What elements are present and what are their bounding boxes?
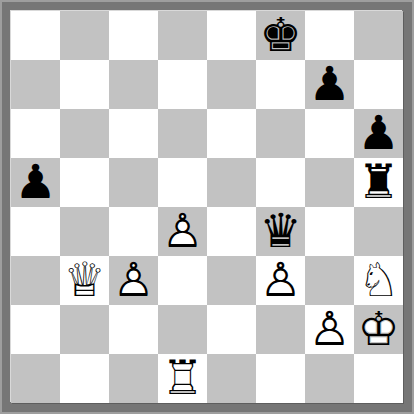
square-a7[interactable]: [11, 60, 60, 109]
square-h6[interactable]: ♟: [354, 109, 403, 158]
square-e1[interactable]: [207, 354, 256, 403]
white-knight-icon: ♘: [354, 256, 403, 305]
black-pawn-icon: ♟: [11, 158, 60, 207]
square-g2[interactable]: ♟♙: [305, 305, 354, 354]
square-f2[interactable]: [256, 305, 305, 354]
square-g4[interactable]: [305, 207, 354, 256]
square-b6[interactable]: [60, 109, 109, 158]
black-rook-icon: ♜: [354, 158, 403, 207]
white-queen-icon: ♕: [60, 256, 109, 305]
square-c2[interactable]: [109, 305, 158, 354]
square-g1[interactable]: [305, 354, 354, 403]
square-e6[interactable]: [207, 109, 256, 158]
square-g5[interactable]: [305, 158, 354, 207]
square-c4[interactable]: [109, 207, 158, 256]
square-b3[interactable]: ♛♕: [60, 256, 109, 305]
black-queen-icon: ♛: [256, 207, 305, 256]
square-f4[interactable]: ♛: [256, 207, 305, 256]
square-d3[interactable]: [158, 256, 207, 305]
white-pawn-icon: ♙: [256, 256, 305, 305]
square-b4[interactable]: [60, 207, 109, 256]
square-d6[interactable]: [158, 109, 207, 158]
square-e7[interactable]: [207, 60, 256, 109]
board-frame: ♚♟♟♟♜♟♙♛♛♕♟♙♟♙♞♘♟♙♚♔♜♖: [0, 0, 414, 414]
white-pawn-icon: ♙: [305, 305, 354, 354]
square-f5[interactable]: [256, 158, 305, 207]
square-g3[interactable]: [305, 256, 354, 305]
square-g6[interactable]: [305, 109, 354, 158]
square-e8[interactable]: [207, 11, 256, 60]
square-c6[interactable]: [109, 109, 158, 158]
white-pawn-icon: ♙: [158, 207, 207, 256]
square-f6[interactable]: [256, 109, 305, 158]
square-g8[interactable]: [305, 11, 354, 60]
square-h1[interactable]: [354, 354, 403, 403]
square-h8[interactable]: [354, 11, 403, 60]
square-a3[interactable]: [11, 256, 60, 305]
square-h5[interactable]: ♜: [354, 158, 403, 207]
square-e2[interactable]: [207, 305, 256, 354]
square-a5[interactable]: ♟: [11, 158, 60, 207]
square-f3[interactable]: ♟♙: [256, 256, 305, 305]
square-b8[interactable]: [60, 11, 109, 60]
white-rook-fill-icon: ♜: [158, 354, 207, 403]
square-c1[interactable]: [109, 354, 158, 403]
square-c7[interactable]: [109, 60, 158, 109]
square-a4[interactable]: [11, 207, 60, 256]
black-king-icon: ♚: [256, 11, 305, 60]
square-e4[interactable]: [207, 207, 256, 256]
white-king-icon: ♔: [354, 305, 403, 354]
black-pawn-icon: ♟: [305, 60, 354, 109]
square-a6[interactable]: [11, 109, 60, 158]
square-g7[interactable]: ♟: [305, 60, 354, 109]
square-a1[interactable]: [11, 354, 60, 403]
square-h2[interactable]: ♚♔: [354, 305, 403, 354]
square-c8[interactable]: [109, 11, 158, 60]
square-b7[interactable]: [60, 60, 109, 109]
square-a8[interactable]: [11, 11, 60, 60]
square-e5[interactable]: [207, 158, 256, 207]
square-h4[interactable]: [354, 207, 403, 256]
white-rook-icon: ♖: [158, 354, 207, 403]
chess-board: ♚♟♟♟♜♟♙♛♛♕♟♙♟♙♞♘♟♙♚♔♜♖: [11, 11, 403, 403]
square-a2[interactable]: [11, 305, 60, 354]
white-pawn-fill-icon: ♟: [305, 305, 354, 354]
square-h3[interactable]: ♞♘: [354, 256, 403, 305]
black-pawn-icon: ♟: [354, 109, 403, 158]
white-queen-fill-icon: ♛: [60, 256, 109, 305]
square-c3[interactable]: ♟♙: [109, 256, 158, 305]
square-f7[interactable]: [256, 60, 305, 109]
white-pawn-fill-icon: ♟: [158, 207, 207, 256]
square-d1[interactable]: ♜♖: [158, 354, 207, 403]
white-knight-fill-icon: ♞: [354, 256, 403, 305]
square-d2[interactable]: [158, 305, 207, 354]
square-d4[interactable]: ♟♙: [158, 207, 207, 256]
square-h7[interactable]: [354, 60, 403, 109]
square-d8[interactable]: [158, 11, 207, 60]
white-pawn-icon: ♙: [109, 256, 158, 305]
square-d5[interactable]: [158, 158, 207, 207]
square-b2[interactable]: [60, 305, 109, 354]
square-f8[interactable]: ♚: [256, 11, 305, 60]
square-c5[interactable]: [109, 158, 158, 207]
square-b1[interactable]: [60, 354, 109, 403]
square-d7[interactable]: [158, 60, 207, 109]
square-e3[interactable]: [207, 256, 256, 305]
white-pawn-fill-icon: ♟: [256, 256, 305, 305]
square-f1[interactable]: [256, 354, 305, 403]
white-pawn-fill-icon: ♟: [109, 256, 158, 305]
square-b5[interactable]: [60, 158, 109, 207]
white-king-fill-icon: ♚: [354, 305, 403, 354]
